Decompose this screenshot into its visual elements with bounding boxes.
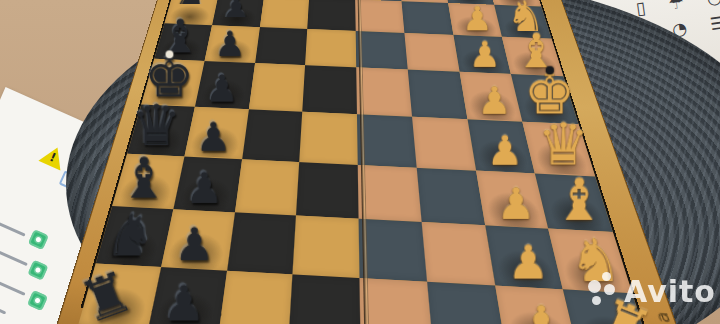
square-c2: ♟	[476, 171, 549, 229]
square-a8: ♜	[79, 263, 161, 324]
square-c6	[234, 159, 299, 215]
square-g6	[260, 0, 310, 29]
piece-black-pawn: ♟	[162, 279, 206, 324]
square-g3	[401, 1, 453, 35]
square-a3	[427, 282, 505, 324]
square-c5	[296, 162, 358, 219]
square-b7: ♟	[161, 209, 235, 271]
piece-black-bishop: ♝	[119, 151, 169, 207]
piece-white-pawn: ♟	[477, 82, 511, 120]
square-f6	[255, 27, 308, 65]
square-g4	[355, 0, 404, 33]
square-d5	[299, 112, 357, 165]
piece-black-knight: ♞	[104, 206, 156, 263]
square-a6	[218, 271, 293, 324]
square-a7: ♟	[148, 267, 226, 324]
leaflet-text-line	[0, 222, 26, 236]
listing-photo: КЕННО ▯ ☂ ◷ ▤ ◔ ☰ ! ♜♟♟♜♞♟♟♞♝♟♟♝♚♟♟♚♛♟♟♛…	[0, 0, 720, 324]
avito-logo-dot	[592, 296, 601, 305]
square-f4	[356, 31, 408, 70]
piece-white-pawn: ♟	[486, 131, 523, 172]
square-d2: ♟	[467, 119, 535, 173]
piece-black-pawn: ♟	[195, 117, 231, 157]
square-e5	[302, 65, 356, 114]
square-g2: ♟	[448, 3, 502, 37]
piece-white-pawn: ♟	[462, 2, 492, 36]
square-b5	[293, 216, 360, 279]
green-cert-icon	[28, 229, 49, 250]
leaflet-text-line	[0, 291, 6, 314]
green-cert-icon	[27, 290, 48, 311]
piece-black-rook: ♜	[73, 262, 140, 324]
board-scene: ♜♟♟♜♞♟♟♞♝♟♟♝♚♟♟♚♛♟♟♛♝♟♟♝♞♟♟♞♜♟♟♜ a 87654…	[70, 0, 650, 324]
avito-logo-dot	[604, 284, 615, 295]
square-e7: ♟	[195, 61, 255, 109]
piece-black-pawn: ♟	[185, 167, 223, 210]
square-a4	[359, 278, 432, 324]
piece-black-pawn: ♟	[214, 27, 245, 62]
square-e6	[248, 63, 305, 112]
avito-logo-dot	[602, 272, 611, 281]
green-cert-icon	[27, 260, 48, 281]
square-c3	[416, 168, 484, 226]
square-c7: ♟	[173, 157, 242, 213]
warning-triangle-icon: !	[38, 143, 68, 171]
square-a5	[289, 274, 360, 324]
square-d3	[412, 117, 476, 171]
piece-black-pawn: ♟	[205, 70, 239, 107]
square-c1: ♝	[535, 174, 613, 232]
square-c4	[358, 165, 422, 222]
avito-logo-text: Avito	[624, 274, 716, 309]
piece-white-pawn: ♟	[518, 299, 563, 324]
avito-logo-dot	[588, 280, 601, 293]
piece-black-pawn: ♟	[221, 0, 251, 26]
avito-watermark: Avito	[588, 272, 714, 318]
piece-white-pawn: ♟	[469, 37, 501, 73]
square-b8: ♞	[96, 206, 173, 267]
piece-white-bishop: ♝	[553, 172, 605, 229]
square-f7: ♟	[204, 25, 259, 63]
piece-white-queen: ♛	[538, 116, 590, 174]
square-d4	[357, 114, 416, 168]
square-f2: ♟	[453, 35, 511, 74]
square-b6	[227, 212, 297, 274]
square-e3	[408, 70, 467, 120]
square-b4	[359, 219, 427, 282]
square-g5	[307, 0, 355, 31]
square-f5	[305, 29, 356, 67]
square-b3	[421, 222, 494, 286]
leaflet-text-line	[0, 279, 26, 295]
piece-white-pawn: ♟	[496, 182, 535, 226]
square-d7: ♟	[184, 107, 248, 159]
square-e4	[356, 67, 412, 116]
piece-white-pawn: ♟	[507, 239, 549, 286]
square-d6	[242, 109, 303, 162]
piece-black-pawn: ♟	[174, 222, 215, 268]
leaflet-text-line	[0, 250, 28, 266]
square-f3	[404, 33, 459, 72]
